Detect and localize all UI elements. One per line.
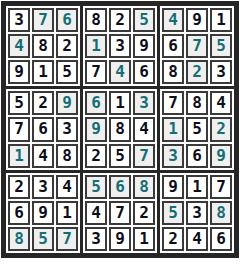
cell-r1c8[interactable]: 9 [186,8,208,32]
sudoku-box-4: 529763148 [6,89,80,169]
cell-r6c4[interactable]: 2 [85,144,107,168]
cell-r9c5[interactable]: 9 [109,227,131,251]
cell-r3c1[interactable]: 9 [8,60,30,84]
sudoku-box-8: 568472391 [83,173,157,253]
cell-r2c4[interactable]: 1 [85,34,107,58]
cell-r9c6[interactable]: 1 [133,227,155,251]
cell-r3c3[interactable]: 5 [56,60,78,84]
cell-r7c6[interactable]: 8 [133,175,155,199]
cell-r8c7[interactable]: 5 [162,201,184,225]
cell-r5c4[interactable]: 9 [85,117,107,141]
cell-r4c6[interactable]: 3 [133,91,155,115]
cell-r8c5[interactable]: 7 [109,201,131,225]
cell-r2c3[interactable]: 2 [56,34,78,58]
cell-r8c6[interactable]: 2 [133,201,155,225]
cell-r4c4[interactable]: 6 [85,91,107,115]
cell-r9c2[interactable]: 5 [32,227,54,251]
cell-r6c5[interactable]: 5 [109,144,131,168]
cell-r8c8[interactable]: 3 [186,201,208,225]
sudoku-board: 3764829158251397464916758235297631486139… [1,1,239,258]
cell-r7c1[interactable]: 2 [8,175,30,199]
cell-r4c3[interactable]: 9 [56,91,78,115]
cell-r3c7[interactable]: 8 [162,60,184,84]
cell-r2c7[interactable]: 6 [162,34,184,58]
cell-r5c1[interactable]: 7 [8,117,30,141]
cell-r3c4[interactable]: 7 [85,60,107,84]
sudoku-box-3: 491675823 [160,6,234,86]
cell-r8c1[interactable]: 6 [8,201,30,225]
cell-r6c9[interactable]: 9 [210,144,232,168]
cell-r7c2[interactable]: 3 [32,175,54,199]
cell-r9c3[interactable]: 7 [56,227,78,251]
cell-r3c2[interactable]: 1 [32,60,54,84]
cell-r5c9[interactable]: 2 [210,117,232,141]
cell-r3c9[interactable]: 3 [210,60,232,84]
cell-r6c3[interactable]: 8 [56,144,78,168]
cell-r1c7[interactable]: 4 [162,8,184,32]
sudoku-box-7: 234691857 [6,173,80,253]
cell-r7c5[interactable]: 6 [109,175,131,199]
sudoku-box-1: 376482915 [6,6,80,86]
cell-r1c9[interactable]: 1 [210,8,232,32]
cell-r9c9[interactable]: 6 [210,227,232,251]
cell-r9c1[interactable]: 8 [8,227,30,251]
cell-r4c9[interactable]: 4 [210,91,232,115]
cell-r3c5[interactable]: 4 [109,60,131,84]
cell-r5c5[interactable]: 8 [109,117,131,141]
cell-r9c7[interactable]: 2 [162,227,184,251]
cell-r6c7[interactable]: 3 [162,144,184,168]
cell-r2c8[interactable]: 7 [186,34,208,58]
cell-r7c3[interactable]: 4 [56,175,78,199]
cell-r4c2[interactable]: 2 [32,91,54,115]
cell-r4c7[interactable]: 7 [162,91,184,115]
sudoku-box-6: 784152369 [160,89,234,169]
cell-r3c6[interactable]: 6 [133,60,155,84]
cell-r3c8[interactable]: 2 [186,60,208,84]
cell-r1c4[interactable]: 8 [85,8,107,32]
cell-r4c8[interactable]: 8 [186,91,208,115]
cell-r5c8[interactable]: 5 [186,117,208,141]
cell-r2c2[interactable]: 8 [32,34,54,58]
cell-r9c4[interactable]: 3 [85,227,107,251]
cell-r1c3[interactable]: 6 [56,8,78,32]
cell-r2c5[interactable]: 3 [109,34,131,58]
cell-r4c1[interactable]: 5 [8,91,30,115]
cell-r7c9[interactable]: 7 [210,175,232,199]
cell-r2c6[interactable]: 9 [133,34,155,58]
cell-r1c6[interactable]: 5 [133,8,155,32]
cell-r6c8[interactable]: 6 [186,144,208,168]
cell-r6c1[interactable]: 1 [8,144,30,168]
cell-r8c4[interactable]: 4 [85,201,107,225]
cell-r6c2[interactable]: 4 [32,144,54,168]
cell-r8c3[interactable]: 1 [56,201,78,225]
cell-r7c8[interactable]: 1 [186,175,208,199]
cell-r2c1[interactable]: 4 [8,34,30,58]
cell-r6c6[interactable]: 7 [133,144,155,168]
sudoku-box-5: 613984257 [83,89,157,169]
sudoku-box-2: 825139746 [83,6,157,86]
cell-r8c2[interactable]: 9 [32,201,54,225]
cell-r7c4[interactable]: 5 [85,175,107,199]
cell-r5c3[interactable]: 3 [56,117,78,141]
cell-r1c1[interactable]: 3 [8,8,30,32]
cell-r5c2[interactable]: 6 [32,117,54,141]
cell-r2c9[interactable]: 5 [210,34,232,58]
cell-r4c5[interactable]: 1 [109,91,131,115]
sudoku-box-9: 917538246 [160,173,234,253]
cell-r5c7[interactable]: 1 [162,117,184,141]
cell-r8c9[interactable]: 8 [210,201,232,225]
cell-r1c2[interactable]: 7 [32,8,54,32]
cell-r5c6[interactable]: 4 [133,117,155,141]
cell-r9c8[interactable]: 4 [186,227,208,251]
cell-r7c7[interactable]: 9 [162,175,184,199]
cell-r1c5[interactable]: 2 [109,8,131,32]
